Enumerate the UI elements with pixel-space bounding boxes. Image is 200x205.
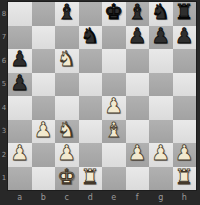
- square-e3[interactable]: ♝: [102, 120, 126, 144]
- square-a1[interactable]: [8, 167, 32, 191]
- square-h6[interactable]: [173, 49, 197, 73]
- white-pawn-e4[interactable]: ♟: [104, 96, 123, 117]
- white-rook-h1[interactable]: ♜: [175, 167, 194, 188]
- white-pawn-g2[interactable]: ♟: [151, 143, 170, 164]
- black-pawn-a6[interactable]: ♟: [10, 49, 29, 70]
- square-b1[interactable]: [32, 167, 56, 191]
- square-d2[interactable]: [79, 143, 103, 167]
- square-e4[interactable]: ♟: [102, 96, 126, 120]
- square-c6[interactable]: ♞: [55, 49, 79, 73]
- black-knight-d7[interactable]: ♞: [81, 26, 100, 47]
- square-d8[interactable]: [79, 2, 103, 26]
- black-pawn-g7[interactable]: ♟: [151, 26, 170, 47]
- square-a4[interactable]: [8, 96, 32, 120]
- black-pawn-h7[interactable]: ♟: [175, 26, 194, 47]
- square-d7[interactable]: ♞: [79, 26, 103, 50]
- square-b4[interactable]: [32, 96, 56, 120]
- black-rook-h8[interactable]: ♜: [175, 2, 194, 23]
- black-knight-g8[interactable]: ♞: [151, 2, 170, 23]
- square-b3[interactable]: ♟: [32, 120, 56, 144]
- file-label-g: g: [149, 190, 173, 205]
- square-g3[interactable]: [149, 120, 173, 144]
- black-bishop-c8[interactable]: ♝: [57, 2, 76, 23]
- chess-board-widget: 87654321 ♝♚♝♞♜♞♟♟♟♟♞♟♟♟♞♝♟♟♟♟♟♚♜♜ abcdef…: [0, 0, 200, 205]
- rank-label-8: 8: [0, 2, 8, 26]
- square-a5[interactable]: ♟: [8, 73, 32, 97]
- square-d4[interactable]: [79, 96, 103, 120]
- rank-coordinates: 87654321: [0, 2, 8, 190]
- square-c8[interactable]: ♝: [55, 2, 79, 26]
- square-h1[interactable]: ♜: [173, 167, 197, 191]
- square-f5[interactable]: [126, 73, 150, 97]
- square-h4[interactable]: [173, 96, 197, 120]
- black-bishop-f8[interactable]: ♝: [128, 2, 147, 23]
- white-king-c1[interactable]: ♚: [57, 167, 76, 188]
- square-d5[interactable]: [79, 73, 103, 97]
- file-label-c: c: [55, 190, 79, 205]
- square-h8[interactable]: ♜: [173, 2, 197, 26]
- square-f3[interactable]: [126, 120, 150, 144]
- white-pawn-f2[interactable]: ♟: [128, 143, 147, 164]
- square-e8[interactable]: ♚: [102, 2, 126, 26]
- square-g1[interactable]: [149, 167, 173, 191]
- file-label-b: b: [32, 190, 56, 205]
- square-b7[interactable]: [32, 26, 56, 50]
- square-g4[interactable]: [149, 96, 173, 120]
- square-e7[interactable]: [102, 26, 126, 50]
- white-pawn-h2[interactable]: ♟: [175, 143, 194, 164]
- white-pawn-a2[interactable]: ♟: [10, 143, 29, 164]
- file-label-a: a: [8, 190, 32, 205]
- black-pawn-a5[interactable]: ♟: [10, 73, 29, 94]
- file-label-h: h: [173, 190, 197, 205]
- square-c3[interactable]: ♞: [55, 120, 79, 144]
- square-h5[interactable]: [173, 73, 197, 97]
- file-label-d: d: [79, 190, 103, 205]
- rank-label-7: 7: [0, 26, 8, 50]
- chess-board[interactable]: ♝♚♝♞♜♞♟♟♟♟♞♟♟♟♞♝♟♟♟♟♟♚♜♜: [8, 2, 196, 190]
- square-d3[interactable]: [79, 120, 103, 144]
- square-e1[interactable]: [102, 167, 126, 191]
- square-f8[interactable]: ♝: [126, 2, 150, 26]
- square-a2[interactable]: ♟: [8, 143, 32, 167]
- square-h3[interactable]: [173, 120, 197, 144]
- square-f4[interactable]: [126, 96, 150, 120]
- square-c4[interactable]: [55, 96, 79, 120]
- rank-label-2: 2: [0, 143, 8, 167]
- rank-label-3: 3: [0, 120, 8, 144]
- square-g8[interactable]: ♞: [149, 2, 173, 26]
- black-king-e8[interactable]: ♚: [104, 2, 123, 23]
- white-pawn-b3[interactable]: ♟: [34, 120, 53, 141]
- rank-label-5: 5: [0, 73, 8, 97]
- white-knight-c3[interactable]: ♞: [57, 120, 76, 141]
- square-c1[interactable]: ♚: [55, 167, 79, 191]
- file-coordinates: abcdefgh: [8, 190, 196, 205]
- square-g6[interactable]: [149, 49, 173, 73]
- white-bishop-e3[interactable]: ♝: [104, 120, 123, 141]
- square-f7[interactable]: ♟: [126, 26, 150, 50]
- white-rook-d1[interactable]: ♜: [81, 167, 100, 188]
- file-label-e: e: [102, 190, 126, 205]
- file-label-f: f: [126, 190, 150, 205]
- square-d1[interactable]: ♜: [79, 167, 103, 191]
- square-c7[interactable]: [55, 26, 79, 50]
- square-h2[interactable]: ♟: [173, 143, 197, 167]
- square-c2[interactable]: ♟: [55, 143, 79, 167]
- square-d6[interactable]: [79, 49, 103, 73]
- square-g5[interactable]: [149, 73, 173, 97]
- square-h7[interactable]: ♟: [173, 26, 197, 50]
- square-e5[interactable]: [102, 73, 126, 97]
- square-b6[interactable]: [32, 49, 56, 73]
- square-a8[interactable]: [8, 2, 32, 26]
- black-pawn-f7[interactable]: ♟: [128, 26, 147, 47]
- square-a6[interactable]: ♟: [8, 49, 32, 73]
- rank-label-6: 6: [0, 49, 8, 73]
- rank-label-4: 4: [0, 96, 8, 120]
- white-knight-c6[interactable]: ♞: [57, 49, 76, 70]
- rank-label-1: 1: [0, 167, 8, 191]
- square-e6[interactable]: [102, 49, 126, 73]
- white-pawn-c2[interactable]: ♟: [57, 143, 76, 164]
- square-a7[interactable]: [8, 26, 32, 50]
- square-b8[interactable]: [32, 2, 56, 26]
- square-b2[interactable]: [32, 143, 56, 167]
- square-g2[interactable]: ♟: [149, 143, 173, 167]
- square-f6[interactable]: [126, 49, 150, 73]
- square-b5[interactable]: [32, 73, 56, 97]
- square-c5[interactable]: [55, 73, 79, 97]
- square-a3[interactable]: [8, 120, 32, 144]
- square-e2[interactable]: [102, 143, 126, 167]
- square-g7[interactable]: ♟: [149, 26, 173, 50]
- square-f1[interactable]: [126, 167, 150, 191]
- square-f2[interactable]: ♟: [126, 143, 150, 167]
